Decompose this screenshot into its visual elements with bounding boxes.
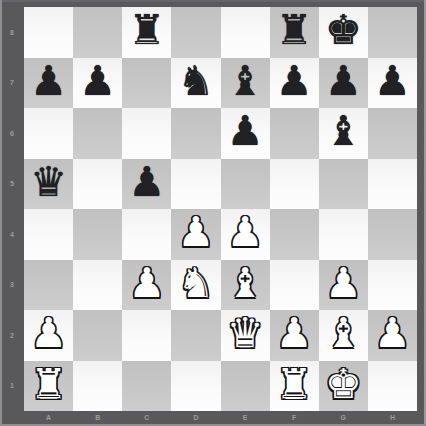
square-g1[interactable]: ♚ [319,361,368,412]
white-rook-a1[interactable]: ♜ [30,364,67,408]
black-king-g8[interactable]: ♚ [325,10,362,54]
black-pawn-e6[interactable]: ♟ [227,111,264,155]
file-label-h: H [368,411,417,424]
square-b1[interactable] [73,361,122,412]
file-label-d: D [171,411,220,424]
square-c5[interactable]: ♟ [122,159,171,210]
square-c1[interactable] [122,361,171,412]
white-pawn-e4[interactable]: ♟ [227,212,264,256]
square-g3[interactable]: ♟ [319,260,368,311]
square-h6[interactable] [368,108,417,159]
square-f3[interactable] [270,260,319,311]
black-rook-c8[interactable]: ♜ [128,10,165,54]
rank-label-8: 8 [0,7,24,58]
rank-label-7: 7 [0,58,24,109]
square-a5[interactable]: ♛ [24,159,73,210]
square-e4[interactable]: ♟ [221,209,270,260]
white-king-g1[interactable]: ♚ [325,364,362,408]
square-c6[interactable] [122,108,171,159]
square-a8[interactable] [24,7,73,58]
square-h7[interactable]: ♟ [368,58,417,109]
square-h5[interactable] [368,159,417,210]
square-c8[interactable]: ♜ [122,7,171,58]
black-pawn-h7[interactable]: ♟ [374,61,411,105]
file-label-f: F [270,411,319,424]
file-label-a: A [24,411,73,424]
square-f6[interactable] [270,108,319,159]
square-e8[interactable] [221,7,270,58]
square-e3[interactable]: ♝ [221,260,270,311]
square-d4[interactable]: ♟ [171,209,220,260]
square-d1[interactable] [171,361,220,412]
black-bishop-e7[interactable]: ♝ [227,61,264,105]
rank-label-1: 1 [0,361,24,412]
rank-label-4: 4 [0,209,24,260]
square-g4[interactable] [319,209,368,260]
black-rook-f8[interactable]: ♜ [276,10,313,54]
white-pawn-a2[interactable]: ♟ [30,313,67,357]
square-f8[interactable]: ♜ [270,7,319,58]
square-f5[interactable] [270,159,319,210]
square-f1[interactable]: ♜ [270,361,319,412]
black-pawn-b7[interactable]: ♟ [79,61,116,105]
white-pawn-g3[interactable]: ♟ [325,263,362,307]
square-c3[interactable]: ♟ [122,260,171,311]
white-pawn-h2[interactable]: ♟ [374,313,411,357]
square-a4[interactable] [24,209,73,260]
square-h8[interactable] [368,7,417,58]
white-pawn-c3[interactable]: ♟ [128,263,165,307]
square-a7[interactable]: ♟ [24,58,73,109]
black-knight-d7[interactable]: ♞ [178,61,215,105]
white-knight-d3[interactable]: ♞ [178,263,215,307]
rank-label-6: 6 [0,108,24,159]
square-e7[interactable]: ♝ [221,58,270,109]
white-rook-f1[interactable]: ♜ [276,364,313,408]
square-g5[interactable] [319,159,368,210]
square-c2[interactable] [122,310,171,361]
white-bishop-g2[interactable]: ♝ [325,313,362,357]
square-b6[interactable] [73,108,122,159]
square-b5[interactable] [73,159,122,210]
file-label-g: G [319,411,368,424]
square-g2[interactable]: ♝ [319,310,368,361]
square-h4[interactable] [368,209,417,260]
square-g8[interactable]: ♚ [319,7,368,58]
square-h1[interactable] [368,361,417,412]
black-pawn-g7[interactable]: ♟ [325,61,362,105]
square-a3[interactable] [24,260,73,311]
white-queen-e2[interactable]: ♛ [227,313,264,357]
square-b2[interactable] [73,310,122,361]
square-d5[interactable] [171,159,220,210]
file-labels: ABCDEFGH [24,411,417,424]
rank-labels: 87654321 [0,7,24,411]
square-f7[interactable]: ♟ [270,58,319,109]
square-a2[interactable]: ♟ [24,310,73,361]
square-d7[interactable]: ♞ [171,58,220,109]
black-queen-a5[interactable]: ♛ [30,162,67,206]
square-c7[interactable] [122,58,171,109]
white-bishop-e3[interactable]: ♝ [227,263,264,307]
square-e6[interactable]: ♟ [221,108,270,159]
square-f2[interactable]: ♟ [270,310,319,361]
square-c4[interactable] [122,209,171,260]
square-b8[interactable] [73,7,122,58]
square-b4[interactable] [73,209,122,260]
square-h3[interactable] [368,260,417,311]
square-d6[interactable] [171,108,220,159]
square-a6[interactable] [24,108,73,159]
square-e2[interactable]: ♛ [221,310,270,361]
rank-label-5: 5 [0,159,24,210]
black-bishop-g6[interactable]: ♝ [325,111,362,155]
square-b3[interactable] [73,260,122,311]
square-g7[interactable]: ♟ [319,58,368,109]
black-pawn-a7[interactable]: ♟ [30,61,67,105]
rank-label-2: 2 [0,310,24,361]
square-e1[interactable] [221,361,270,412]
black-pawn-c5[interactable]: ♟ [128,162,165,206]
file-label-c: C [122,411,171,424]
square-d2[interactable] [171,310,220,361]
chess-board: ♜♜♚♟♟♞♝♟♟♟♟♝♛♟♟♟♟♞♝♟♟♛♟♝♟♜♜♚ [24,7,417,411]
square-d3[interactable]: ♞ [171,260,220,311]
square-e5[interactable] [221,159,270,210]
chess-board-frame: 87654321 ABCDEFGH ♜♜♚♟♟♞♝♟♟♟♟♝♛♟♟♟♟♞♝♟♟♛… [0,0,426,426]
square-g6[interactable]: ♝ [319,108,368,159]
file-label-e: E [221,411,270,424]
white-pawn-d4[interactable]: ♟ [178,212,215,256]
black-pawn-f7[interactable]: ♟ [276,61,313,105]
rank-label-3: 3 [0,260,24,311]
square-d8[interactable] [171,7,220,58]
square-f4[interactable] [270,209,319,260]
square-b7[interactable]: ♟ [73,58,122,109]
square-h2[interactable]: ♟ [368,310,417,361]
file-label-b: B [73,411,122,424]
square-a1[interactable]: ♜ [24,361,73,412]
white-pawn-f2[interactable]: ♟ [276,313,313,357]
